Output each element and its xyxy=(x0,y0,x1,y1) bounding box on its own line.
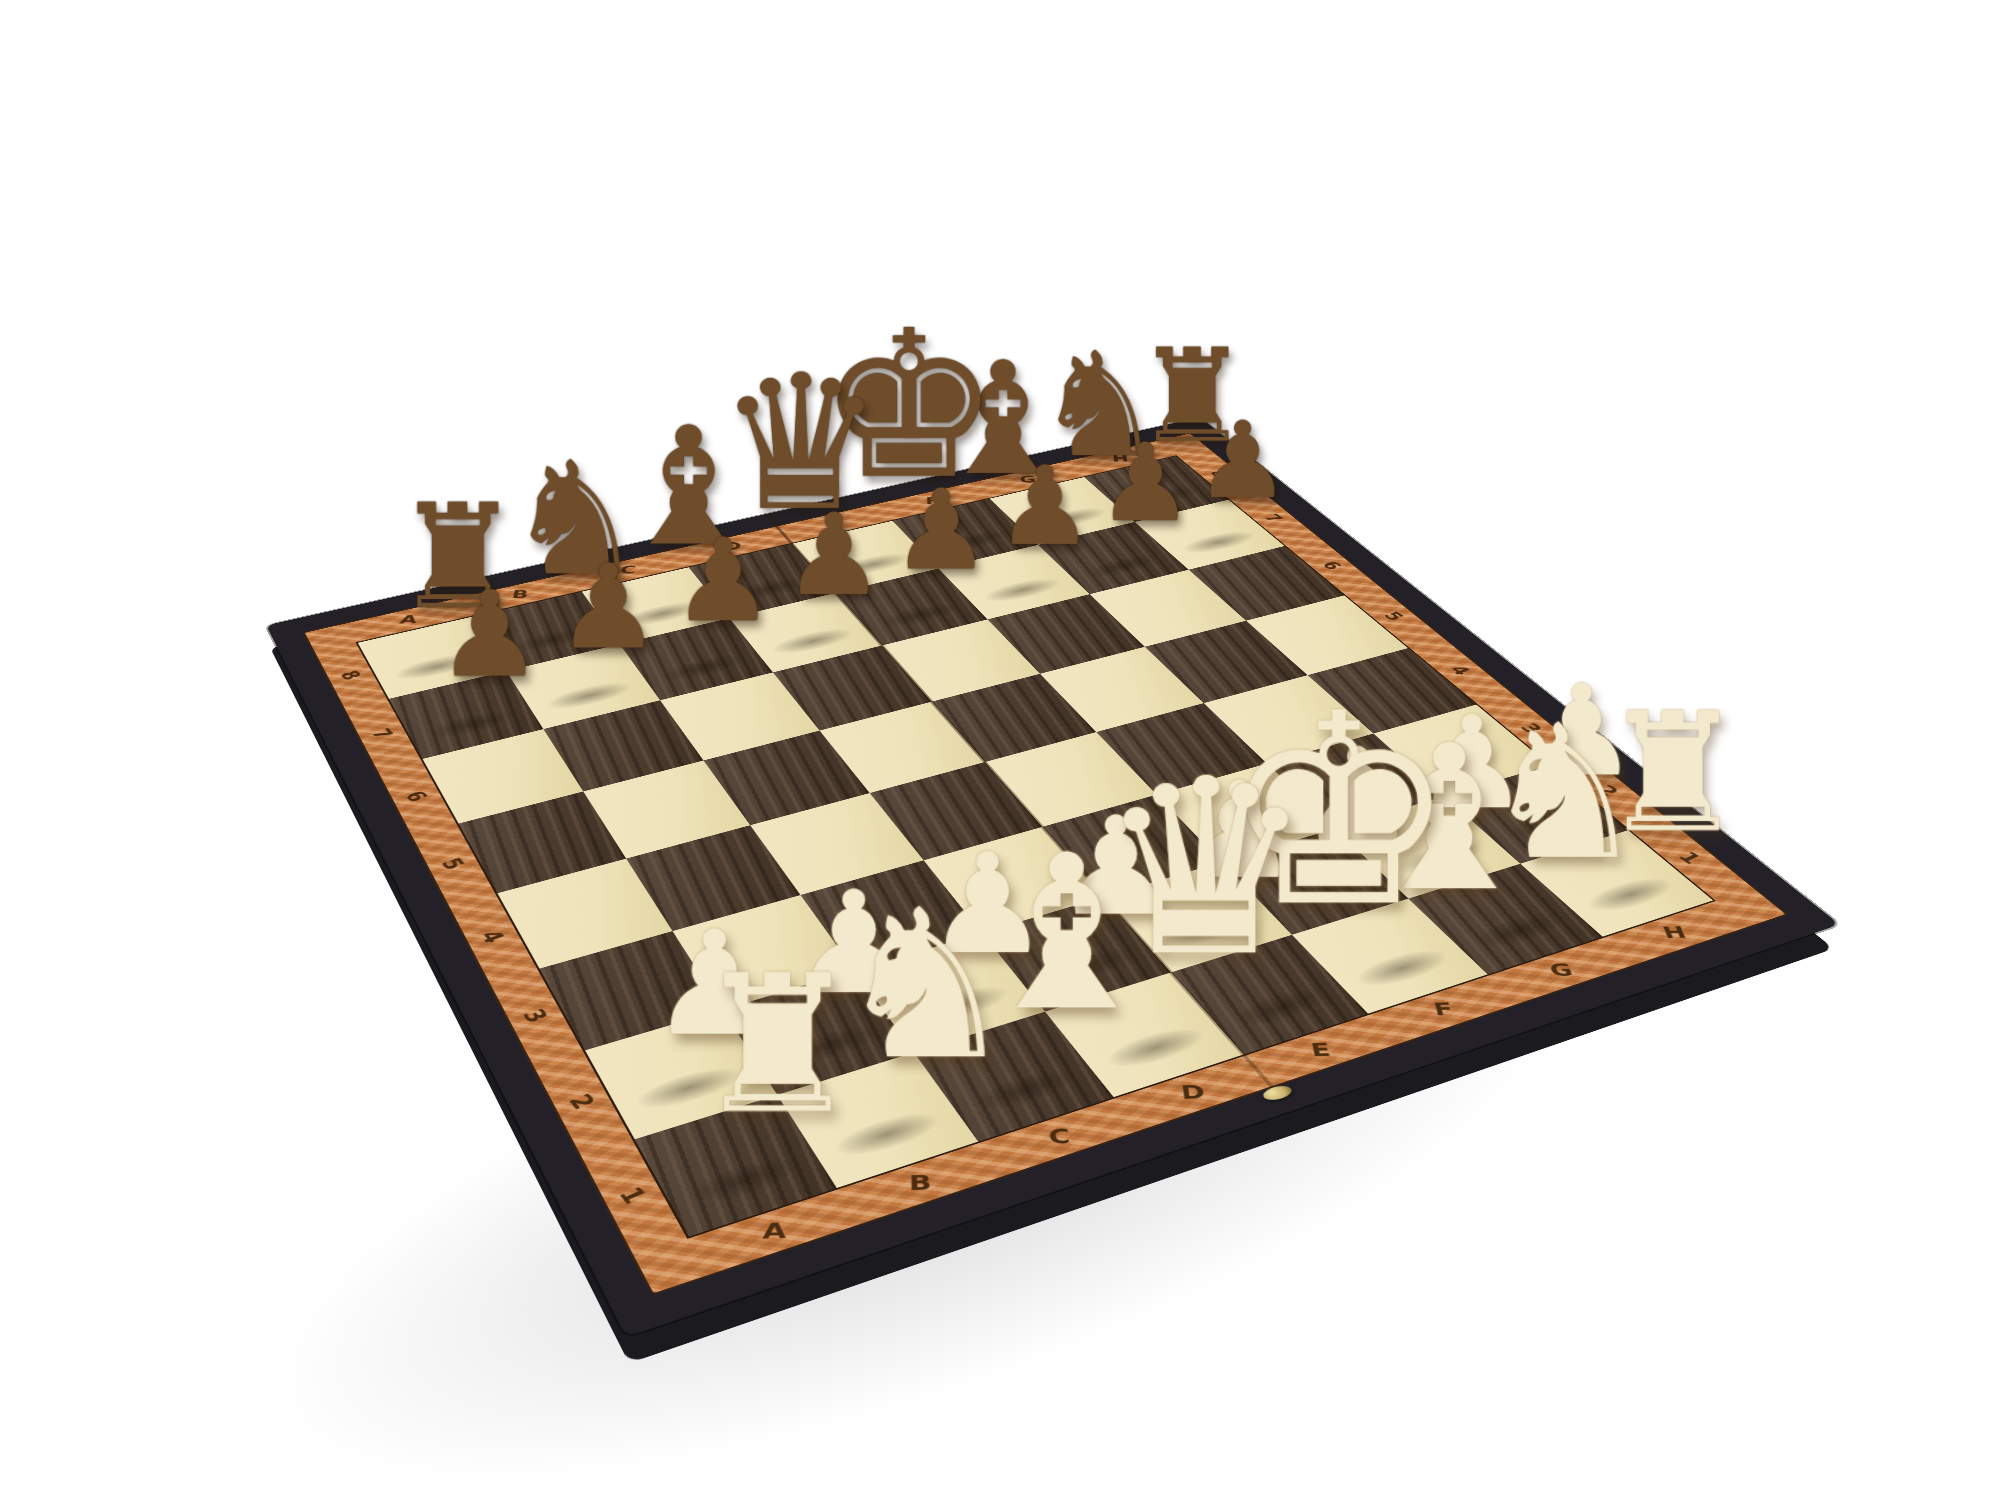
black-P-glyph: ♟ xyxy=(672,524,775,639)
black-P-glyph: ♟ xyxy=(556,549,661,666)
file-label-far-F: F xyxy=(925,495,940,506)
file-label-far-B: B xyxy=(510,588,530,601)
product-photo-scene: ♜♞♝♛♚♝♞♜♟♟♟♟♟♟♟♟♟♟♟♟♟♟♟♟♜♞♝♛♚♝♞♜ AABBCCD… xyxy=(0,0,2000,1502)
file-label-far-E: E xyxy=(827,517,842,529)
black-P-glyph: ♟ xyxy=(1097,430,1193,537)
file-label-far-D: D xyxy=(723,540,742,552)
black-P-glyph: ♟ xyxy=(783,499,884,612)
black-P-glyph: ♟ xyxy=(891,475,990,586)
white-R-glyph: ♜ xyxy=(693,950,863,1140)
file-label-far-A: A xyxy=(398,613,420,626)
file-label-far-G: G xyxy=(1019,474,1037,485)
file-label-far-H: H xyxy=(1111,453,1130,464)
black-P-glyph: ♟ xyxy=(1195,408,1290,514)
black-P-glyph: ♟ xyxy=(996,452,1094,561)
file-label-far-C: C xyxy=(619,564,638,576)
